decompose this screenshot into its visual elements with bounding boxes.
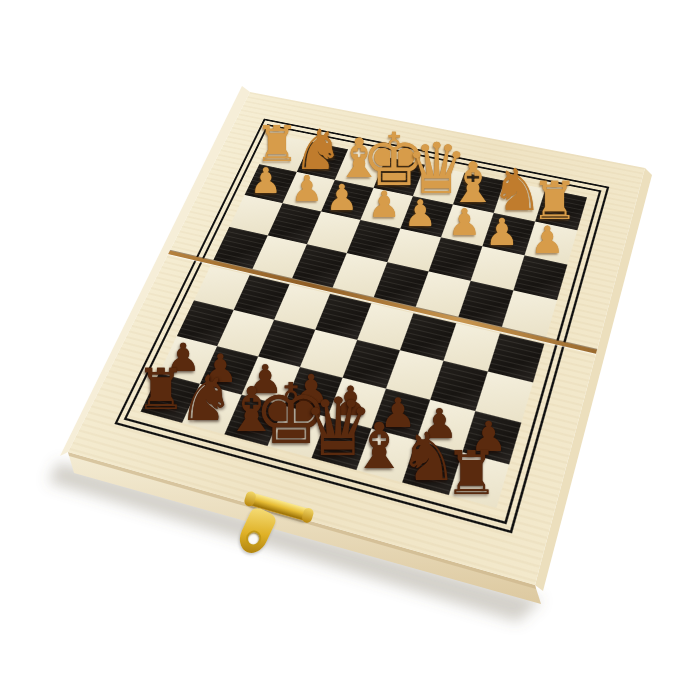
product-photo: ♜♞♝♚♛♝♞♜♟♟♟♟♟♟♟♟♟♟♟♟♟♟♟♟♜♞♝♚♛♝♞♜ [0,0,700,700]
piece-white-pawn: ♟ [404,196,437,233]
piece-white-pawn: ♟ [250,163,282,198]
piece-white-pawn: ♟ [531,222,565,260]
piece-white-pawn: ♟ [448,204,481,241]
piece-white-pawn: ♟ [368,188,401,224]
piece-white-pawn: ♟ [485,213,518,250]
piece-white-pawn: ♟ [326,179,358,215]
pieces-layer: ♜♞♝♚♛♝♞♜♟♟♟♟♟♟♟♟♟♟♟♟♟♟♟♟♜♞♝♚♛♝♞♜ [0,0,700,700]
clasp-hole [246,531,261,547]
piece-white-pawn: ♟ [291,171,323,207]
piece-black-rook: ♜ [445,442,499,502]
